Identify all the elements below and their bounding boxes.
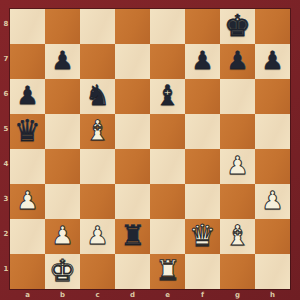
file-label-h: h: [255, 291, 290, 299]
square-h2[interactable]: [255, 219, 290, 254]
square-a3[interactable]: ♟: [10, 184, 45, 219]
black-pawn-piece[interactable]: ♟: [226, 48, 248, 73]
square-d3[interactable]: [115, 184, 150, 219]
black-bishop-piece[interactable]: ♝: [155, 82, 180, 110]
rank-label-3: 3: [2, 196, 10, 203]
square-b6[interactable]: [45, 79, 80, 114]
square-h7[interactable]: ♟: [255, 44, 290, 79]
square-a2[interactable]: [10, 219, 45, 254]
square-g2[interactable]: ♝: [220, 219, 255, 254]
square-c4[interactable]: [80, 149, 115, 184]
square-g8[interactable]: ♚: [220, 9, 255, 44]
black-pawn-piece[interactable]: ♟: [191, 48, 213, 73]
square-a8[interactable]: [10, 9, 45, 44]
square-f6[interactable]: [185, 79, 220, 114]
file-label-f: f: [185, 291, 220, 299]
square-e3[interactable]: [150, 184, 185, 219]
square-f5[interactable]: [185, 114, 220, 149]
rank-label-1: 1: [2, 266, 10, 273]
black-knight-piece[interactable]: ♞: [85, 82, 110, 110]
square-c7[interactable]: [80, 44, 115, 79]
white-bishop-piece[interactable]: ♝: [225, 222, 250, 250]
square-b4[interactable]: [45, 149, 80, 184]
square-g3[interactable]: [220, 184, 255, 219]
square-d7[interactable]: [115, 44, 150, 79]
white-pawn-piece[interactable]: ♟: [86, 223, 108, 248]
rank-label-5: 5: [2, 126, 10, 133]
square-h8[interactable]: [255, 9, 290, 44]
square-c3[interactable]: [80, 184, 115, 219]
black-pawn-piece[interactable]: ♟: [51, 48, 73, 73]
square-f3[interactable]: [185, 184, 220, 219]
square-b5[interactable]: [45, 114, 80, 149]
rank-label-8: 8: [2, 21, 10, 28]
square-h5[interactable]: [255, 114, 290, 149]
square-g5[interactable]: [220, 114, 255, 149]
white-pawn-piece[interactable]: ♟: [226, 153, 248, 178]
square-d1[interactable]: [115, 254, 150, 289]
file-label-g: g: [220, 291, 255, 299]
file-label-c: c: [80, 291, 115, 299]
square-e1[interactable]: ♜: [150, 254, 185, 289]
white-pawn-piece[interactable]: ♟: [16, 188, 38, 213]
black-rook-piece[interactable]: ♜: [120, 222, 145, 250]
square-b8[interactable]: [45, 9, 80, 44]
square-a4[interactable]: [10, 149, 45, 184]
square-h6[interactable]: [255, 79, 290, 114]
white-king-piece[interactable]: ♚: [49, 256, 76, 286]
square-e8[interactable]: [150, 9, 185, 44]
black-pawn-piece[interactable]: ♟: [16, 83, 38, 108]
square-a7[interactable]: [10, 44, 45, 79]
rank-label-7: 7: [2, 56, 10, 63]
square-a5[interactable]: ♛: [10, 114, 45, 149]
square-e7[interactable]: [150, 44, 185, 79]
file-label-e: e: [150, 291, 185, 299]
square-d5[interactable]: [115, 114, 150, 149]
square-f8[interactable]: [185, 9, 220, 44]
rank-label-4: 4: [2, 161, 10, 168]
chess-board: ♚♟♟♟♟♟♞♝♛♝♟♟♟♟♟♜♛♝♚♜: [10, 9, 290, 289]
chess-board-frame: ♚♟♟♟♟♟♞♝♛♝♟♟♟♟♟♜♛♝♚♜ 87654321abcdefgh: [0, 0, 300, 300]
square-f2[interactable]: ♛: [185, 219, 220, 254]
white-bishop-piece[interactable]: ♝: [85, 117, 110, 145]
rank-label-6: 6: [2, 91, 10, 98]
white-pawn-piece[interactable]: ♟: [261, 188, 283, 213]
white-rook-piece[interactable]: ♜: [155, 257, 180, 285]
square-h3[interactable]: ♟: [255, 184, 290, 219]
square-b1[interactable]: ♚: [45, 254, 80, 289]
square-f1[interactable]: [185, 254, 220, 289]
file-label-a: a: [10, 291, 45, 299]
white-queen-piece[interactable]: ♛: [189, 221, 216, 251]
square-d2[interactable]: ♜: [115, 219, 150, 254]
square-c1[interactable]: [80, 254, 115, 289]
square-g4[interactable]: ♟: [220, 149, 255, 184]
square-b7[interactable]: ♟: [45, 44, 80, 79]
square-d4[interactable]: [115, 149, 150, 184]
black-queen-piece[interactable]: ♛: [14, 116, 41, 146]
square-c6[interactable]: ♞: [80, 79, 115, 114]
square-e6[interactable]: ♝: [150, 79, 185, 114]
square-h4[interactable]: [255, 149, 290, 184]
black-pawn-piece[interactable]: ♟: [261, 48, 283, 73]
white-pawn-piece[interactable]: ♟: [51, 223, 73, 248]
square-b3[interactable]: [45, 184, 80, 219]
square-g6[interactable]: [220, 79, 255, 114]
square-f7[interactable]: ♟: [185, 44, 220, 79]
square-g7[interactable]: ♟: [220, 44, 255, 79]
square-a1[interactable]: [10, 254, 45, 289]
square-e4[interactable]: [150, 149, 185, 184]
square-c5[interactable]: ♝: [80, 114, 115, 149]
square-c8[interactable]: [80, 9, 115, 44]
square-c2[interactable]: ♟: [80, 219, 115, 254]
square-d8[interactable]: [115, 9, 150, 44]
square-e5[interactable]: [150, 114, 185, 149]
square-d6[interactable]: [115, 79, 150, 114]
rank-label-2: 2: [2, 231, 10, 238]
file-label-d: d: [115, 291, 150, 299]
square-e2[interactable]: [150, 219, 185, 254]
square-h1[interactable]: [255, 254, 290, 289]
square-a6[interactable]: ♟: [10, 79, 45, 114]
square-f4[interactable]: [185, 149, 220, 184]
square-g1[interactable]: [220, 254, 255, 289]
black-king-piece[interactable]: ♚: [224, 11, 251, 41]
square-b2[interactable]: ♟: [45, 219, 80, 254]
file-label-b: b: [45, 291, 80, 299]
